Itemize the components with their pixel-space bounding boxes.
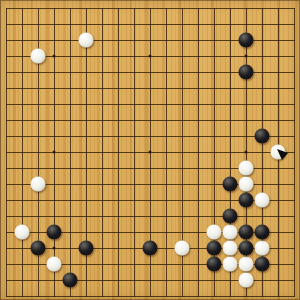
white-stone: [207, 225, 222, 240]
grid-line-vertical: [294, 8, 295, 297]
black-stone: [239, 33, 254, 48]
star-point: [149, 55, 152, 58]
cursor-icon: [276, 146, 289, 159]
black-stone: [255, 129, 270, 144]
white-stone: [15, 225, 30, 240]
black-stone: [79, 241, 94, 256]
black-stone: [31, 241, 46, 256]
black-stone: [255, 225, 270, 240]
star-point: [53, 247, 56, 250]
star-point: [149, 151, 152, 154]
white-stone: [239, 177, 254, 192]
black-stone: [223, 177, 238, 192]
white-stone: [255, 241, 270, 256]
black-stone: [63, 273, 78, 288]
black-stone: [239, 65, 254, 80]
star-point: [53, 151, 56, 154]
white-stone: [255, 193, 270, 208]
black-stone: [223, 209, 238, 224]
white-stone: [239, 161, 254, 176]
white-stone: [239, 273, 254, 288]
white-stone: [79, 33, 94, 48]
black-stone: [239, 241, 254, 256]
grid-line-horizontal: [6, 296, 295, 297]
white-stone: [47, 257, 62, 272]
star-point: [245, 55, 248, 58]
black-stone: [47, 225, 62, 240]
white-stone: [31, 177, 46, 192]
black-stone: [207, 241, 222, 256]
white-stone: [223, 241, 238, 256]
black-stone: [255, 257, 270, 272]
white-stone: [31, 49, 46, 64]
white-stone: [223, 257, 238, 272]
white-stone: [239, 257, 254, 272]
white-stone: [175, 241, 190, 256]
star-point: [245, 151, 248, 154]
black-stone: [239, 225, 254, 240]
white-stone: [223, 225, 238, 240]
black-stone: [239, 193, 254, 208]
go-game-screenshot: [0, 0, 300, 300]
grid-line-vertical: [166, 8, 167, 297]
black-stone: [143, 241, 158, 256]
star-point: [53, 55, 56, 58]
grid-line-horizontal: [6, 216, 295, 217]
grid-line-vertical: [198, 8, 199, 297]
black-stone: [207, 257, 222, 272]
go-board[interactable]: [0, 0, 300, 300]
